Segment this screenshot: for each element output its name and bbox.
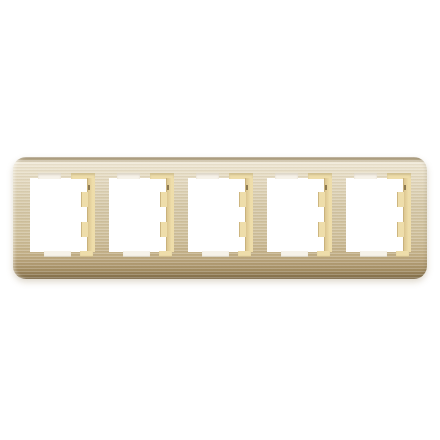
wall-plate-frame [13, 157, 427, 279]
mounting-notch-bottom [202, 251, 229, 257]
mounting-notch-top [38, 173, 61, 179]
frame-opening-1 [30, 178, 95, 252]
insert-notch-mark [88, 185, 90, 190]
insert-tab-bottom [238, 251, 251, 257]
insert-notch-mark [167, 185, 169, 190]
mounting-notch-bottom [123, 251, 150, 257]
insert-notch-mark [246, 185, 248, 190]
insert-tab-lower [81, 222, 88, 237]
frame-opening-2 [109, 178, 174, 252]
insert-tab-upper [318, 192, 325, 207]
insert-tab-lower [239, 222, 246, 237]
insert-tab-upper [160, 192, 167, 207]
insert-notch-mark [325, 185, 327, 190]
mounting-notch-bottom [360, 251, 387, 257]
mounting-notch-top [117, 173, 140, 179]
insert-tab-upper [81, 192, 88, 207]
frame-opening-5 [346, 178, 411, 252]
insert-tab-bottom [80, 251, 93, 257]
insert-tab-upper [239, 192, 246, 207]
mounting-notch-top [354, 173, 377, 179]
mounting-notch-bottom [281, 251, 308, 257]
product-photo [0, 0, 440, 440]
insert-tab-bottom [317, 251, 330, 257]
mounting-notch-bottom [44, 251, 71, 257]
frame-opening-4 [267, 178, 332, 252]
insert-tab-lower [397, 222, 404, 237]
insert-notch-mark [404, 185, 406, 190]
insert-tab-bottom [159, 251, 172, 257]
insert-tab-bottom [396, 251, 409, 257]
insert-tab-lower [160, 222, 167, 237]
insert-tab-upper [397, 192, 404, 207]
mounting-notch-top [196, 173, 219, 179]
frame-opening-3 [188, 178, 253, 252]
mounting-notch-top [275, 173, 298, 179]
insert-tab-lower [318, 222, 325, 237]
